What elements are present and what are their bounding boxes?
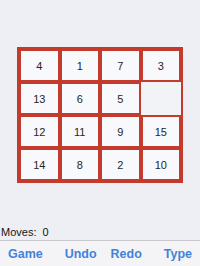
empty-cell xyxy=(141,82,182,115)
tile-14[interactable]: 14 xyxy=(19,148,60,181)
toolbar: Game Undo Redo Type xyxy=(0,241,200,266)
board: 417313651211915148210 xyxy=(17,47,183,183)
tile-8[interactable]: 8 xyxy=(60,148,101,181)
tile-6[interactable]: 6 xyxy=(60,82,101,115)
tile-2[interactable]: 2 xyxy=(100,148,141,181)
moves-counter: Moves: 0 xyxy=(1,225,49,239)
moves-value: 0 xyxy=(43,226,49,238)
game-button[interactable]: Game xyxy=(8,247,43,261)
tile-4[interactable]: 4 xyxy=(19,49,60,82)
app-screen: 417313651211915148210 Moves: 0 Game Undo… xyxy=(0,0,200,266)
tile-13[interactable]: 13 xyxy=(19,82,60,115)
moves-label: Moves: xyxy=(1,226,36,238)
tile-3[interactable]: 3 xyxy=(141,49,182,82)
tile-11[interactable]: 11 xyxy=(60,115,101,148)
tile-9[interactable]: 9 xyxy=(100,115,141,148)
tile-5[interactable]: 5 xyxy=(100,82,141,115)
tile-12[interactable]: 12 xyxy=(19,115,60,148)
tile-7[interactable]: 7 xyxy=(100,49,141,82)
type-button[interactable]: Type xyxy=(164,247,192,261)
redo-button[interactable]: Redo xyxy=(111,247,142,261)
tile-15[interactable]: 15 xyxy=(141,115,182,148)
tile-10[interactable]: 10 xyxy=(141,148,182,181)
undo-redo-group: Undo Redo xyxy=(65,247,142,261)
undo-button[interactable]: Undo xyxy=(65,247,97,261)
tile-1[interactable]: 1 xyxy=(60,49,101,82)
